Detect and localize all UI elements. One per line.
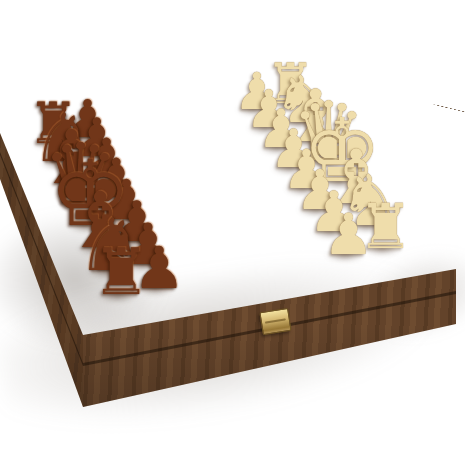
box-front-right-face: [0, 0, 465, 465]
piece-black-pawn-a7: ♟: [64, 93, 111, 145]
piece-black-pawn-d7: ♟: [92, 152, 140, 206]
pieces-layer: ♜♞♝♛♚♝♞♜♟♟♟♟♟♟♟♟♟♟♟♟♟♟♟♟♜♞♝♛♚♝♞♜: [0, 0, 465, 465]
piece-shadow-c8: [49, 177, 87, 191]
piece-shadow-c1: [294, 135, 331, 148]
piece-white-pawn-a2: ♟: [234, 66, 280, 117]
piece-shadow-b2: [247, 122, 283, 135]
piece-shadow-e2: [284, 182, 322, 196]
piece-black-pawn-c7: ♟: [82, 131, 130, 185]
piece-white-rook-a1: ♜: [265, 56, 315, 112]
piece-shadow-f2: [297, 203, 336, 217]
piece-shadow-c7: [84, 171, 122, 185]
box-front-left-face: [0, 0, 465, 465]
piece-white-king-e1: ♚: [303, 107, 382, 195]
piece-black-pawn-b7: ♟: [73, 112, 121, 165]
piece-shadow-e8: [67, 219, 106, 233]
piece-white-bishop-f1: ♝: [322, 139, 389, 214]
cast-shadow-bottom: [0, 241, 458, 450]
cast-shadow-right: [345, 232, 465, 357]
piece-white-knight-g1: ♞: [339, 165, 403, 236]
piece-shadow-b7: [75, 151, 112, 164]
piece-shadow-g7: [124, 258, 164, 272]
piece-shadow-d2: [271, 161, 308, 175]
piece-black-queen-d8: ♛: [43, 132, 118, 216]
piece-shadow-e1: [320, 176, 358, 190]
piece-black-pawn-h7: ♟: [133, 239, 185, 297]
piece-shadow-a1: [269, 97, 305, 110]
clasp-slot: [265, 318, 286, 323]
piece-shadow-a7: [66, 131, 102, 144]
piece-shadow-a8: [32, 137, 69, 150]
piece-black-pawn-f7: ♟: [112, 194, 162, 250]
piece-shadow-h8: [97, 288, 138, 303]
piece-white-queen-d1: ♛: [292, 91, 366, 173]
piece-shadow-h1: [362, 241, 402, 255]
piece-shadow-h7: [135, 281, 176, 296]
piece-black-pawn-e7: ♟: [102, 172, 151, 227]
piece-shadow-h2: [325, 248, 365, 262]
piece-shadow-c2: [259, 141, 296, 154]
brass-clasp: [259, 308, 291, 335]
piece-white-pawn-e2: ♟: [282, 142, 330, 196]
piece-shadow-d7: [94, 191, 132, 205]
piece-shadow-a2: [236, 103, 272, 116]
cast-shadow-left: [0, 205, 175, 355]
piece-shadow-d1: [307, 155, 344, 168]
piece-white-pawn-g2: ♟: [309, 184, 359, 240]
chess-set-photo: ♜♞♝♛♚♝♞♜♟♟♟♟♟♟♟♟♟♟♟♟♟♟♟♟♜♞♝♛♚♝♞♜: [0, 0, 465, 465]
piece-white-bishop-c1: ♝: [283, 80, 348, 152]
piece-shadow-f7: [114, 235, 153, 249]
piece-shadow-f1: [333, 197, 371, 211]
piece-white-pawn-h2: ♟: [323, 206, 374, 263]
piece-black-knight-g8: ♞: [78, 209, 143, 282]
piece-white-pawn-d2: ♟: [270, 122, 318, 175]
piece-black-bishop-f8: ♝: [65, 182, 134, 259]
piece-shadow-g8: [87, 264, 127, 279]
lid-seam-right: [0, 0, 465, 465]
piece-black-knight-b8: ♞: [32, 106, 92, 173]
piece-shadow-g2: [311, 225, 350, 239]
piece-white-pawn-b2: ♟: [245, 84, 292, 136]
piece-shadow-b8: [40, 157, 77, 170]
piece-white-pawn-f2: ♟: [295, 163, 344, 218]
piece-shadow-b1: [281, 116, 317, 129]
piece-shadow-g1: [347, 219, 386, 233]
piece-black-king-e8: ♚: [49, 148, 131, 239]
piece-shadow-e7: [104, 213, 143, 227]
piece-black-pawn-g7: ♟: [122, 216, 173, 273]
lid-seam-left: [0, 0, 465, 465]
piece-black-rook-h8: ♜: [92, 240, 149, 304]
piece-black-bishop-c8: ♝: [38, 120, 104, 194]
piece-shadow-d8: [58, 198, 96, 212]
piece-white-knight-b1: ♞: [274, 67, 332, 132]
piece-shadow-f8: [77, 241, 117, 255]
piece-white-pawn-c2: ♟: [257, 102, 305, 155]
piece-black-rook-a8: ♜: [28, 95, 79, 152]
piece-white-rook-h1: ♜: [358, 195, 414, 257]
